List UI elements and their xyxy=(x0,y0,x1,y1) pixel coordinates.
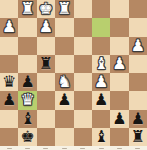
piece-white-pawn[interactable]: ♟ xyxy=(112,55,126,71)
square-h3[interactable] xyxy=(0,37,18,55)
piece-white-bishop[interactable]: ♝ xyxy=(94,55,108,71)
square-g4[interactable] xyxy=(18,55,36,73)
square-d7[interactable] xyxy=(74,110,92,128)
square-e2[interactable] xyxy=(55,18,73,36)
square-b2[interactable] xyxy=(110,18,128,36)
square-h8[interactable] xyxy=(0,128,18,146)
square-g5[interactable]: ♟ xyxy=(18,73,36,91)
square-d4[interactable] xyxy=(74,55,92,73)
piece-black-king[interactable]: ♚ xyxy=(20,128,34,144)
square-d2[interactable] xyxy=(74,18,92,36)
piece-black-pawn[interactable]: ♟ xyxy=(2,92,16,108)
square-c7[interactable] xyxy=(92,110,110,128)
square-c5[interactable]: ♟ xyxy=(92,73,110,91)
coordinate-mark xyxy=(99,148,104,149)
square-e3[interactable] xyxy=(55,37,73,55)
piece-black-pawn[interactable]: ♟ xyxy=(57,92,71,108)
square-f8[interactable] xyxy=(37,128,55,146)
square-a1[interactable] xyxy=(129,0,147,18)
square-h7[interactable] xyxy=(0,110,18,128)
square-c1[interactable] xyxy=(92,0,110,18)
coordinate-mark xyxy=(117,148,122,149)
square-c8[interactable]: ♝ xyxy=(92,128,110,146)
square-h6[interactable]: ♟ xyxy=(0,91,18,109)
coordinate-mark xyxy=(25,148,30,149)
square-e4[interactable] xyxy=(55,55,73,73)
square-b7[interactable]: ♟ xyxy=(110,110,128,128)
square-h5[interactable]: ♛ xyxy=(0,73,18,91)
piece-white-pawn[interactable]: ♟ xyxy=(94,74,108,90)
piece-black-pawn[interactable]: ♟ xyxy=(94,92,108,108)
square-b8[interactable] xyxy=(110,128,128,146)
square-e1[interactable]: ♜ xyxy=(55,0,73,18)
coordinate-mark xyxy=(43,148,48,149)
piece-black-pawn[interactable]: ♟ xyxy=(20,74,34,90)
square-d3[interactable] xyxy=(74,37,92,55)
square-d6[interactable] xyxy=(74,91,92,109)
piece-white-rook[interactable]: ♜ xyxy=(20,1,34,17)
square-e7[interactable] xyxy=(55,110,73,128)
piece-white-rook[interactable]: ♜ xyxy=(57,1,71,17)
piece-black-rook[interactable]: ♜ xyxy=(131,128,145,144)
piece-white-queen[interactable]: ♛ xyxy=(20,92,34,108)
square-f3[interactable] xyxy=(37,37,55,55)
piece-white-pawn[interactable]: ♟ xyxy=(131,37,145,53)
square-f7[interactable] xyxy=(37,110,55,128)
square-f5[interactable] xyxy=(37,73,55,91)
piece-white-pawn[interactable]: ♟ xyxy=(39,19,53,35)
square-g6[interactable]: ♛ xyxy=(18,91,36,109)
square-b4[interactable]: ♟ xyxy=(110,55,128,73)
square-a5[interactable] xyxy=(129,73,147,91)
piece-black-pawn[interactable]: ♟ xyxy=(131,110,145,126)
square-a2[interactable] xyxy=(129,18,147,36)
chess-diagram: ♜♚♜♟♟♟♜♝♟♛♟♞♟♟♛♟♟♝♟♟♚♝♜ xyxy=(0,0,147,150)
coordinate-mark xyxy=(80,148,85,149)
square-d1[interactable] xyxy=(74,0,92,18)
square-b5[interactable] xyxy=(110,73,128,91)
square-d8[interactable] xyxy=(74,128,92,146)
square-c2[interactable] xyxy=(92,18,110,36)
piece-black-rook[interactable]: ♜ xyxy=(39,55,53,71)
piece-black-bishop[interactable]: ♝ xyxy=(20,110,34,126)
chess-board: ♜♚♜♟♟♟♜♝♟♛♟♞♟♟♛♟♟♝♟♟♚♝♜ xyxy=(0,0,147,146)
piece-white-king[interactable]: ♚ xyxy=(39,1,53,17)
piece-black-bishop[interactable]: ♝ xyxy=(94,128,108,144)
square-c6[interactable]: ♟ xyxy=(92,91,110,109)
coordinate-mark xyxy=(62,148,67,149)
square-a7[interactable]: ♟ xyxy=(129,110,147,128)
square-a4[interactable] xyxy=(129,55,147,73)
coordinate-mark xyxy=(135,148,140,149)
piece-white-knight[interactable]: ♞ xyxy=(57,74,71,90)
piece-white-pawn[interactable]: ♟ xyxy=(2,19,16,35)
square-e6[interactable]: ♟ xyxy=(55,91,73,109)
square-b1[interactable] xyxy=(110,0,128,18)
square-f1[interactable]: ♚ xyxy=(37,0,55,18)
square-f6[interactable] xyxy=(37,91,55,109)
square-b3[interactable] xyxy=(110,37,128,55)
square-g1[interactable]: ♜ xyxy=(18,0,36,18)
square-a8[interactable]: ♜ xyxy=(129,128,147,146)
square-h4[interactable] xyxy=(0,55,18,73)
square-a3[interactable]: ♟ xyxy=(129,37,147,55)
square-f4[interactable]: ♜ xyxy=(37,55,55,73)
square-b6[interactable] xyxy=(110,91,128,109)
square-c4[interactable]: ♝ xyxy=(92,55,110,73)
square-g8[interactable]: ♚ xyxy=(18,128,36,146)
piece-black-queen[interactable]: ♛ xyxy=(2,74,16,90)
square-h2[interactable]: ♟ xyxy=(0,18,18,36)
square-d5[interactable] xyxy=(74,73,92,91)
square-a6[interactable] xyxy=(129,91,147,109)
square-c3[interactable] xyxy=(92,37,110,55)
square-h1[interactable] xyxy=(0,0,18,18)
square-g7[interactable]: ♝ xyxy=(18,110,36,128)
coordinate-mark xyxy=(7,148,12,149)
coordinate-strip xyxy=(0,146,147,150)
piece-black-pawn[interactable]: ♟ xyxy=(112,110,126,126)
square-g2[interactable] xyxy=(18,18,36,36)
square-e8[interactable] xyxy=(55,128,73,146)
square-e5[interactable]: ♞ xyxy=(55,73,73,91)
square-g3[interactable] xyxy=(18,37,36,55)
square-f2[interactable]: ♟ xyxy=(37,18,55,36)
